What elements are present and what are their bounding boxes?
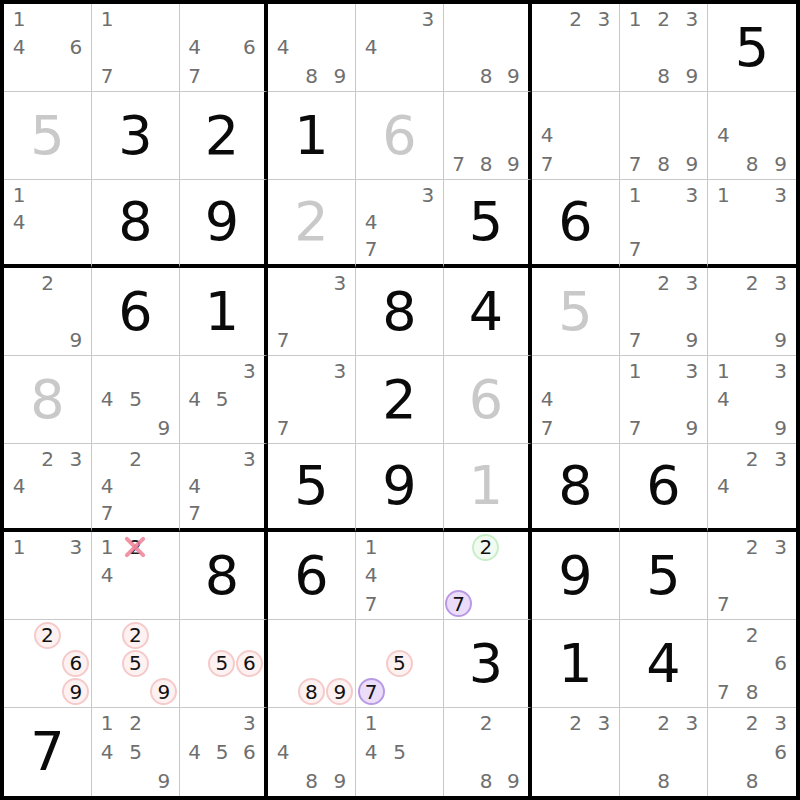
cell-r4c1[interactable]: 29 [4,268,92,356]
cell-r8c1[interactable]: 269 [4,620,92,708]
cell-r7c6[interactable]: 27 [444,532,532,620]
cell-r2c3[interactable]: 2 [180,92,268,180]
cell-r1c6[interactable]: 89 [444,4,532,92]
cell-r7c1[interactable]: 13 [4,532,92,620]
candidate-slot-4 [269,385,297,413]
sudoku-board: 1461746748934892312389553216789477894891… [0,0,800,800]
candidate-slot-3: 3 [678,269,706,297]
candidate-digit: 2 [746,449,759,469]
candidate-slot-2 [33,5,61,33]
candidate-grid: 14 [5,181,90,263]
cell-r5c9[interactable]: 1349 [708,356,796,444]
candidate-slot-6 [150,33,178,61]
cell-r7c2[interactable]: 124 [92,532,180,620]
candidate-slot-1 [269,357,297,385]
candidate-slot-4: 4 [533,385,561,413]
candidate-slot-1 [93,621,121,649]
cell-r6c3[interactable]: 347 [180,444,268,532]
candidate-slot-9 [236,62,263,90]
candidate-slot-7 [709,236,738,263]
cell-r5c8[interactable]: 1379 [620,356,708,444]
candidate-slot-3: 3 [326,357,354,385]
candidate-slot-2 [385,709,413,738]
cell-r2c8[interactable]: 789 [620,92,708,180]
candidate-slot-2: 2 [33,445,61,472]
candidate-slot-3: 3 [236,357,263,385]
candidate-digit: 9 [157,771,170,791]
cell-r1c7[interactable]: 23 [532,4,620,92]
candidate-slot-7 [445,62,472,90]
candidate-slot-5: 5 [208,738,235,767]
candidate-slot-6 [590,738,618,767]
candidate-slot-8 [121,414,149,442]
candidate-slot-2 [385,533,413,561]
candidate-slot-1 [181,5,208,33]
cell-r6c7[interactable]: 8 [532,444,620,532]
cell-r8c3[interactable]: 56 [180,620,268,708]
candidate-slot-2 [385,621,413,649]
candidate-slot-1 [5,269,33,297]
solved-digit: 5 [558,285,592,339]
candidate-slot-9 [150,62,178,90]
candidate-digit: 7 [188,66,201,86]
candidate-slot-8: 8 [472,62,499,90]
cell-r2c4[interactable]: 1 [268,92,356,180]
candidate-slot-1: 1 [93,533,121,561]
cell-r2c7[interactable]: 47 [532,92,620,180]
cell-r6c6[interactable]: 1 [444,444,532,532]
cell-r3c6[interactable]: 5 [444,180,532,268]
candidate-slot-2 [208,621,235,649]
candidate-digit: 4 [101,742,114,762]
candidate-digit: 1 [629,9,642,29]
cell-r7c5[interactable]: 147 [356,532,444,620]
candidate-slot-5 [208,33,235,61]
candidate-slot-6 [766,385,795,413]
cell-r4c4[interactable]: 37 [268,268,356,356]
candidate-slot-5 [561,385,589,413]
candidate-slot-8 [385,590,413,618]
cell-r7c8[interactable]: 5 [620,532,708,620]
cell-r1c5[interactable]: 34 [356,4,444,92]
candidate-slot-3 [500,709,527,738]
candidate-digit: 9 [685,154,698,174]
candidate-slot-2: 2 [561,709,589,738]
candidate-slot-9 [414,62,442,90]
candidate-slot-3 [326,621,354,649]
candidate-digit: 4 [277,37,290,57]
candidate-digit: 8 [657,154,670,174]
cell-r9c1[interactable]: 7 [4,708,92,796]
candidate-digit: 7 [717,682,730,702]
candidate-slot-8 [33,678,61,706]
cell-r3c1[interactable]: 14 [4,180,92,268]
candidate-slot-1: 1 [357,533,385,561]
candidate-digit: 4 [188,742,201,762]
candidate-slot-3: 3 [414,5,442,33]
candidate-grid: 37 [269,269,354,354]
candidate-slot-2 [297,5,325,33]
candidate-slot-1 [5,621,33,649]
cell-r2c2[interactable]: 3 [92,92,180,180]
cell-r3c3[interactable]: 9 [180,180,268,268]
candidate-slot-4: 4 [269,738,297,767]
candidate-slot-4: 4 [93,561,121,589]
candidate-slot-3 [590,93,618,121]
cell-r8c2[interactable]: 259 [92,620,180,708]
cell-r5c3[interactable]: 345 [180,356,268,444]
cell-r6c9[interactable]: 234 [708,444,796,532]
candidate-slot-4: 4 [357,33,385,61]
cell-r7c4[interactable]: 6 [268,532,356,620]
candidate-slot-9 [414,678,442,706]
candidate-slot-4 [269,297,297,325]
cell-r9c7[interactable]: 23 [532,708,620,796]
cell-r4c7[interactable]: 5 [532,268,620,356]
cell-r2c1[interactable]: 5 [4,92,92,180]
candidate-slot-7 [5,236,33,263]
candidate-digit: 1 [13,537,26,557]
cell-r1c4[interactable]: 489 [268,4,356,92]
candidate-digit: 9 [507,66,520,86]
candidate-digit: 2 [569,713,582,733]
candidate-slot-6 [678,33,706,61]
given-digit: 4 [646,637,680,691]
candidate-slot-2: 2 [738,621,767,649]
candidate-digit: 9 [507,771,520,791]
cell-r2c5[interactable]: 6 [356,92,444,180]
candidate-slot-6 [62,561,90,589]
cell-r6c4[interactable]: 5 [268,444,356,532]
candidate-slot-3 [236,5,263,33]
candidate-slot-2: 2 [472,533,499,561]
candidate-digit: 7 [629,239,642,259]
candidate-grid: 247 [93,445,178,527]
candidate-circled-pink: 2 [34,622,61,649]
candidate-slot-4: 4 [357,561,385,589]
cell-r3c5[interactable]: 347 [356,180,444,268]
candidate-slot-6 [326,297,354,325]
cell-r1c9[interactable]: 5 [708,4,796,92]
cell-r8c8[interactable]: 4 [620,620,708,708]
candidate-slot-8: 8 [472,150,499,178]
cell-r8c5[interactable]: 57 [356,620,444,708]
cell-r9c6[interactable]: 289 [444,708,532,796]
candidate-slot-4 [709,297,738,325]
candidate-slot-5: 5 [385,649,413,677]
cell-r7c3[interactable]: 8 [180,532,268,620]
candidate-digit: 3 [243,449,256,469]
candidate-digit: 3 [774,449,787,469]
candidate-slot-5: 5 [208,385,235,413]
candidate-slot-9 [150,590,178,618]
cell-r5c5[interactable]: 2 [356,356,444,444]
candidate-digit: 4 [13,476,26,496]
candidate-digit: 9 [774,154,787,174]
candidate-digit: 8 [480,154,493,174]
candidate-slot-1 [181,445,208,472]
candidate-slot-1 [621,93,649,121]
candidate-slot-7: 7 [181,500,208,527]
cell-r7c7[interactable]: 9 [532,532,620,620]
candidate-grid: 137 [621,181,706,263]
candidate-slot-2 [297,621,325,649]
candidate-digit: 6 [243,37,256,57]
candidate-slot-6 [326,738,354,767]
candidate-digit: 9 [507,154,520,174]
candidate-slot-5 [561,738,589,767]
candidate-digit: 3 [69,449,82,469]
candidate-slot-2 [649,93,677,121]
candidate-digit: 4 [365,565,378,585]
cell-r3c4[interactable]: 2 [268,180,356,268]
candidate-slot-6 [414,208,442,235]
candidate-slot-4 [357,649,385,677]
cell-r8c9[interactable]: 2678 [708,620,796,708]
candidate-slot-5 [738,208,767,235]
candidate-slot-8 [738,326,767,354]
candidate-slot-1 [709,445,738,472]
candidate-slot-6: 6 [766,649,795,677]
cell-r9c2[interactable]: 12459 [92,708,180,796]
candidate-slot-8 [297,326,325,354]
candidate-slot-5 [472,33,499,61]
candidate-slot-1: 1 [93,5,121,33]
candidate-slot-1: 1 [5,5,33,33]
cell-r3c8[interactable]: 137 [620,180,708,268]
candidate-slot-1 [357,621,385,649]
candidate-digit: 4 [541,125,554,145]
candidate-slot-4: 4 [181,33,208,61]
candidate-slot-8 [649,414,677,442]
candidate-digit: 9 [774,418,787,438]
candidate-slot-1 [181,621,208,649]
candidate-slot-9: 9 [62,678,90,706]
candidate-slot-4 [5,649,33,677]
cell-r4c6[interactable]: 4 [444,268,532,356]
candidate-slot-4: 4 [357,738,385,767]
cell-r3c7[interactable]: 6 [532,180,620,268]
candidate-slot-4 [709,649,738,677]
candidate-digit: 4 [101,476,114,496]
candidate-digit: 4 [365,212,378,232]
candidate-slot-9 [766,766,795,795]
cell-r9c4[interactable]: 489 [268,708,356,796]
candidate-slot-7 [93,414,121,442]
candidate-slot-5 [121,33,149,61]
candidate-digit: 8 [480,771,493,791]
candidate-slot-7: 7 [445,590,472,618]
candidate-grid: 789 [621,93,706,178]
candidate-slot-2 [33,533,61,561]
candidate-slot-8 [33,236,61,263]
candidate-slot-3 [150,5,178,33]
cell-r1c2[interactable]: 17 [92,4,180,92]
candidate-slot-2 [121,357,149,385]
cell-r9c3[interactable]: 3456 [180,708,268,796]
candidate-slot-7 [181,766,208,795]
candidate-slot-6: 6 [236,649,263,677]
cell-r6c8[interactable]: 6 [620,444,708,532]
cell-r6c5[interactable]: 9 [356,444,444,532]
candidate-slot-2: 2 [33,269,61,297]
candidate-circled-pink: 2 [122,622,149,649]
candidate-slot-4: 4 [181,472,208,499]
candidate-digit: 8 [305,66,318,86]
given-digit: 3 [469,637,503,691]
cell-r8c4[interactable]: 89 [268,620,356,708]
candidate-slot-7 [181,414,208,442]
candidate-digit: 9 [157,418,170,438]
candidate-slot-3: 3 [766,357,795,385]
candidate-grid: 238 [621,709,706,795]
candidate-slot-4 [533,33,561,61]
cell-r2c9[interactable]: 489 [708,92,796,180]
cell-r5c7[interactable]: 47 [532,356,620,444]
cell-r5c6[interactable]: 6 [444,356,532,444]
cell-r9c8[interactable]: 238 [620,708,708,796]
candidate-slot-7 [621,62,649,90]
candidate-digit: 7 [452,154,465,174]
candidate-digit: 2 [657,273,670,293]
given-digit: 5 [469,195,503,249]
cell-r9c9[interactable]: 2368 [708,708,796,796]
cell-r1c3[interactable]: 467 [180,4,268,92]
candidate-digit: 6 [69,37,82,57]
candidate-grid: 1379 [621,357,706,442]
candidate-digit: 6 [774,653,787,673]
cell-r4c2[interactable]: 6 [92,268,180,356]
candidate-slot-6 [150,561,178,589]
candidate-digit: 3 [685,361,698,381]
candidate-slot-6 [326,385,354,413]
candidate-slot-9 [678,236,706,263]
candidate-slot-5 [208,472,235,499]
cell-r7c9[interactable]: 237 [708,532,796,620]
cell-r3c2[interactable]: 8 [92,180,180,268]
given-digit: 9 [205,195,239,249]
candidate-slot-7: 7 [621,236,649,263]
candidate-slot-1 [709,533,738,561]
cell-r6c1[interactable]: 234 [4,444,92,532]
candidate-grid: 489 [269,5,354,90]
candidate-digit: 8 [746,771,759,791]
candidate-slot-8 [738,590,767,618]
candidate-slot-3: 3 [766,445,795,472]
cell-r1c8[interactable]: 12389 [620,4,708,92]
cell-r5c1[interactable]: 8 [4,356,92,444]
candidate-circled-pink: 9 [326,678,353,705]
candidate-slot-4: 4 [709,385,738,413]
candidate-slot-8 [385,678,413,706]
cell-r1c1[interactable]: 146 [4,4,92,92]
candidate-slot-2: 2 [738,445,767,472]
cell-r4c8[interactable]: 2379 [620,268,708,356]
given-digit: 4 [469,285,503,339]
candidate-slot-9 [766,678,795,706]
candidate-slot-9: 9 [678,326,706,354]
candidate-slot-6 [236,385,263,413]
candidate-slot-9: 9 [766,150,795,178]
candidate-slot-5 [738,297,767,325]
candidate-slot-4 [709,738,738,767]
candidate-grid: 789 [445,93,527,178]
candidate-slot-4 [621,208,649,235]
given-digit: 8 [205,549,239,603]
candidate-digit: 8 [657,66,670,86]
candidate-slot-1: 1 [621,357,649,385]
candidate-slot-6 [500,738,527,767]
cell-r9c5[interactable]: 145 [356,708,444,796]
candidate-slot-8 [385,62,413,90]
candidate-slot-3: 3 [236,445,263,472]
candidate-slot-1 [709,709,738,738]
cell-r4c5[interactable]: 8 [356,268,444,356]
cell-r3c9[interactable]: 13 [708,180,796,268]
candidate-slot-5 [121,472,149,499]
candidate-digit: 9 [685,418,698,438]
candidate-slot-3: 3 [326,269,354,297]
candidate-slot-3 [414,709,442,738]
candidate-slot-1 [5,445,33,472]
candidate-digit: 3 [333,273,346,293]
cell-r4c3[interactable]: 1 [180,268,268,356]
cell-r4c9[interactable]: 239 [708,268,796,356]
candidate-slot-9 [590,414,618,442]
candidate-slot-2 [649,357,677,385]
candidate-slot-2: 2 [649,269,677,297]
candidate-slot-7: 7 [93,500,121,527]
candidate-slot-5: 5 [121,649,149,677]
candidate-slot-4 [533,738,561,767]
candidate-digit: 9 [69,330,82,350]
candidate-slot-1 [357,181,385,208]
cell-r8c7[interactable]: 1 [532,620,620,708]
given-digit: 3 [118,109,152,163]
candidate-slot-1 [709,269,738,297]
candidate-digit: 5 [129,742,142,762]
candidate-grid: 12459 [93,709,178,795]
candidate-slot-7: 7 [357,236,385,263]
cell-r6c2[interactable]: 247 [92,444,180,532]
candidate-slot-3 [62,181,90,208]
candidate-slot-6 [766,208,795,235]
candidate-slot-8 [561,62,589,90]
candidate-digit: 3 [685,713,698,733]
candidate-slot-2: 2 [472,709,499,738]
candidate-digit: 8 [746,682,759,702]
candidate-digit: 7 [101,66,114,86]
cell-r2c6[interactable]: 789 [444,92,532,180]
candidate-slot-8 [208,678,235,706]
candidate-slot-7: 7 [621,326,649,354]
candidate-slot-7 [357,62,385,90]
candidate-slot-3 [150,533,178,561]
cell-r5c4[interactable]: 37 [268,356,356,444]
candidate-grid: 23 [533,5,618,90]
cell-r5c2[interactable]: 459 [92,356,180,444]
candidate-digit: 8 [480,66,493,86]
candidate-grid: 2379 [621,269,706,354]
cell-r8c6[interactable]: 3 [444,620,532,708]
candidate-slot-7 [181,678,208,706]
candidate-slot-7 [357,766,385,795]
candidate-grid: 89 [445,5,527,90]
candidate-slot-4: 4 [5,472,33,499]
candidate-digit: 4 [365,742,378,762]
candidate-slot-3: 3 [590,5,618,33]
candidate-circled-pink: 9 [62,678,89,705]
